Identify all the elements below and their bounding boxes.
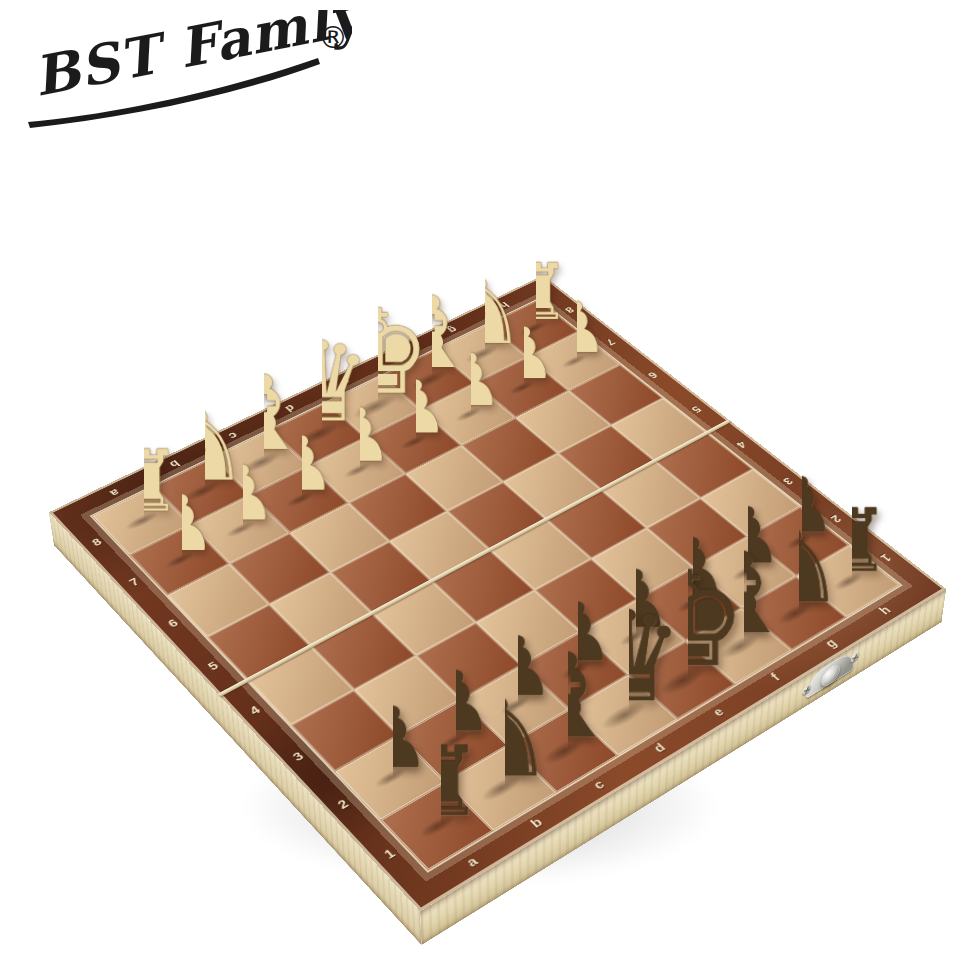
rank-label-right-6: 6 <box>645 370 660 380</box>
file-label-h: h <box>876 604 894 617</box>
rank-label-4: 4 <box>247 703 263 717</box>
rank-label-3: 3 <box>290 749 307 763</box>
chess-board-box: ♜♞♝♛♚♝♞♜♟♟♟♟♟♟♟♟♟♟♟♟♟♟♟♟♜♞♝♛♚♝♞♜ aabbccd… <box>49 275 946 911</box>
file-label-c: c <box>590 777 608 792</box>
file-label-d: d <box>650 740 668 755</box>
file-label-a: a <box>463 854 481 870</box>
rank-label-8: 8 <box>89 536 104 548</box>
rank-label-2: 2 <box>334 797 351 812</box>
screw-icon <box>850 651 859 664</box>
rank-label-right-4: 4 <box>734 439 750 450</box>
file-label-e: e <box>709 705 727 719</box>
rank-label-right-5: 5 <box>689 404 704 415</box>
file-label-g: g <box>822 636 840 649</box>
rank-label-6: 6 <box>165 617 181 630</box>
scene: ♜♞♝♛♚♝♞♜♟♟♟♟♟♟♟♟♟♟♟♟♟♟♟♟♜♞♝♛♚♝♞♜ aabbccd… <box>0 0 960 960</box>
rank-label-1: 1 <box>381 846 399 862</box>
rank-label-7: 7 <box>127 576 142 588</box>
file-label-b: b <box>527 815 546 831</box>
clasp-ball-catch <box>799 643 861 709</box>
file-label-f: f <box>768 671 783 683</box>
rank-label-5: 5 <box>205 659 221 672</box>
playing-field: ♜♞♝♛♚♝♞♜♟♟♟♟♟♟♟♟♟♟♟♟♟♟♟♟♜♞♝♛♚♝♞♜ <box>92 300 900 871</box>
